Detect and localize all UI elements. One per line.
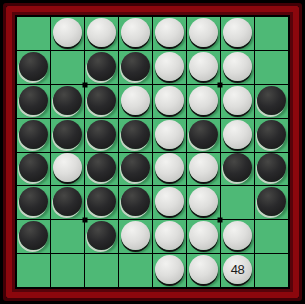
- white-disc: [155, 221, 184, 250]
- cell-h2[interactable]: [255, 51, 288, 84]
- cell-h1[interactable]: [255, 17, 288, 50]
- black-disc: [53, 187, 82, 216]
- cell-h7[interactable]: [255, 220, 288, 253]
- cell-f1[interactable]: [187, 17, 220, 50]
- white-disc: [53, 153, 82, 182]
- othello-board: 48: [15, 15, 290, 289]
- white-disc: [189, 86, 218, 115]
- frame-outer-bevel: 48: [3, 3, 302, 301]
- black-disc: [19, 120, 48, 149]
- last-move-number: 48: [223, 255, 252, 284]
- cell-a8[interactable]: [17, 254, 50, 287]
- black-disc: [53, 120, 82, 149]
- white-disc: [53, 18, 82, 47]
- black-disc: [87, 153, 116, 182]
- cell-b3[interactable]: [51, 85, 84, 118]
- cell-b7[interactable]: [51, 220, 84, 253]
- black-disc: [87, 52, 116, 81]
- cell-a7[interactable]: [17, 220, 50, 253]
- othello-app-window: 48: [0, 0, 305, 304]
- cell-e4[interactable]: [153, 119, 186, 152]
- cell-h6[interactable]: [255, 186, 288, 219]
- cell-d6[interactable]: [119, 186, 152, 219]
- cell-g5[interactable]: [221, 153, 254, 186]
- white-disc: [223, 120, 252, 149]
- white-disc: [189, 18, 218, 47]
- star-point: [218, 217, 223, 222]
- black-disc: [19, 187, 48, 216]
- black-disc: [121, 120, 150, 149]
- white-disc: [155, 52, 184, 81]
- cell-c4[interactable]: [85, 119, 118, 152]
- white-disc: [189, 52, 218, 81]
- black-disc: [121, 52, 150, 81]
- cell-d7[interactable]: [119, 220, 152, 253]
- star-point: [218, 82, 223, 87]
- cell-f3[interactable]: [187, 85, 220, 118]
- cell-b4[interactable]: [51, 119, 84, 152]
- white-disc: [223, 221, 252, 250]
- black-disc: [189, 120, 218, 149]
- white-disc: [87, 18, 116, 47]
- cell-c2[interactable]: [85, 51, 118, 84]
- cell-a4[interactable]: [17, 119, 50, 152]
- cell-b6[interactable]: [51, 186, 84, 219]
- black-disc: [87, 187, 116, 216]
- black-disc: [87, 120, 116, 149]
- cell-a6[interactable]: [17, 186, 50, 219]
- white-disc: [121, 86, 150, 115]
- cell-c5[interactable]: [85, 153, 118, 186]
- cell-f6[interactable]: [187, 186, 220, 219]
- cell-c3[interactable]: [85, 85, 118, 118]
- cell-d1[interactable]: [119, 17, 152, 50]
- black-disc: [257, 187, 286, 216]
- cell-b8[interactable]: [51, 254, 84, 287]
- cell-a3[interactable]: [17, 85, 50, 118]
- cell-c8[interactable]: [85, 254, 118, 287]
- cell-b1[interactable]: [51, 17, 84, 50]
- black-disc: [19, 86, 48, 115]
- cell-e2[interactable]: [153, 51, 186, 84]
- white-disc: [223, 86, 252, 115]
- white-disc: [223, 52, 252, 81]
- cell-b5[interactable]: [51, 153, 84, 186]
- cell-a1[interactable]: [17, 17, 50, 50]
- cell-d3[interactable]: [119, 85, 152, 118]
- cell-c1[interactable]: [85, 17, 118, 50]
- white-disc: [189, 187, 218, 216]
- cell-b2[interactable]: [51, 51, 84, 84]
- white-disc: [155, 18, 184, 47]
- cell-a2[interactable]: [17, 51, 50, 84]
- cell-e7[interactable]: [153, 220, 186, 253]
- cell-c6[interactable]: [85, 186, 118, 219]
- white-disc: [155, 120, 184, 149]
- white-disc: [223, 18, 252, 47]
- black-disc: [19, 52, 48, 81]
- white-disc: [121, 18, 150, 47]
- cell-a5[interactable]: [17, 153, 50, 186]
- cell-h3[interactable]: [255, 85, 288, 118]
- black-disc: [257, 153, 286, 182]
- cell-d8[interactable]: [119, 254, 152, 287]
- cell-g6[interactable]: [221, 186, 254, 219]
- cell-f4[interactable]: [187, 119, 220, 152]
- cell-e6[interactable]: [153, 186, 186, 219]
- black-disc: [19, 221, 48, 250]
- cell-f5[interactable]: [187, 153, 220, 186]
- black-disc: [19, 153, 48, 182]
- cell-g1[interactable]: [221, 17, 254, 50]
- cell-f2[interactable]: [187, 51, 220, 84]
- cell-c7[interactable]: [85, 220, 118, 253]
- white-disc: [189, 255, 218, 284]
- cell-d4[interactable]: [119, 119, 152, 152]
- black-disc: [87, 86, 116, 115]
- cell-g8[interactable]: 48: [221, 254, 254, 287]
- cell-g4[interactable]: [221, 119, 254, 152]
- cell-e3[interactable]: [153, 85, 186, 118]
- cell-h8[interactable]: [255, 254, 288, 287]
- cell-f8[interactable]: [187, 254, 220, 287]
- cell-g3[interactable]: [221, 85, 254, 118]
- white-disc: [121, 221, 150, 250]
- white-disc: [155, 153, 184, 182]
- white-disc: [155, 255, 184, 284]
- cell-h5[interactable]: [255, 153, 288, 186]
- white-disc: [155, 187, 184, 216]
- black-disc: [121, 153, 150, 182]
- cell-f7[interactable]: [187, 220, 220, 253]
- star-point: [82, 217, 87, 222]
- black-disc: [121, 187, 150, 216]
- cell-e1[interactable]: [153, 17, 186, 50]
- cell-h4[interactable]: [255, 119, 288, 152]
- cell-g2[interactable]: [221, 51, 254, 84]
- cell-d5[interactable]: [119, 153, 152, 186]
- cell-d2[interactable]: [119, 51, 152, 84]
- cell-e8[interactable]: [153, 254, 186, 287]
- star-point: [82, 82, 87, 87]
- white-disc: [155, 86, 184, 115]
- black-disc: [257, 120, 286, 149]
- black-disc: [87, 221, 116, 250]
- frame-maroon: 48: [6, 6, 299, 298]
- white-disc: [189, 221, 218, 250]
- cell-e5[interactable]: [153, 153, 186, 186]
- black-disc: [257, 86, 286, 115]
- black-disc: [53, 86, 82, 115]
- cell-g7[interactable]: [221, 220, 254, 253]
- frame-inner-bevel: 48: [12, 12, 293, 292]
- white-disc: 48: [223, 255, 252, 284]
- white-disc: [189, 153, 218, 182]
- black-disc: [223, 153, 252, 182]
